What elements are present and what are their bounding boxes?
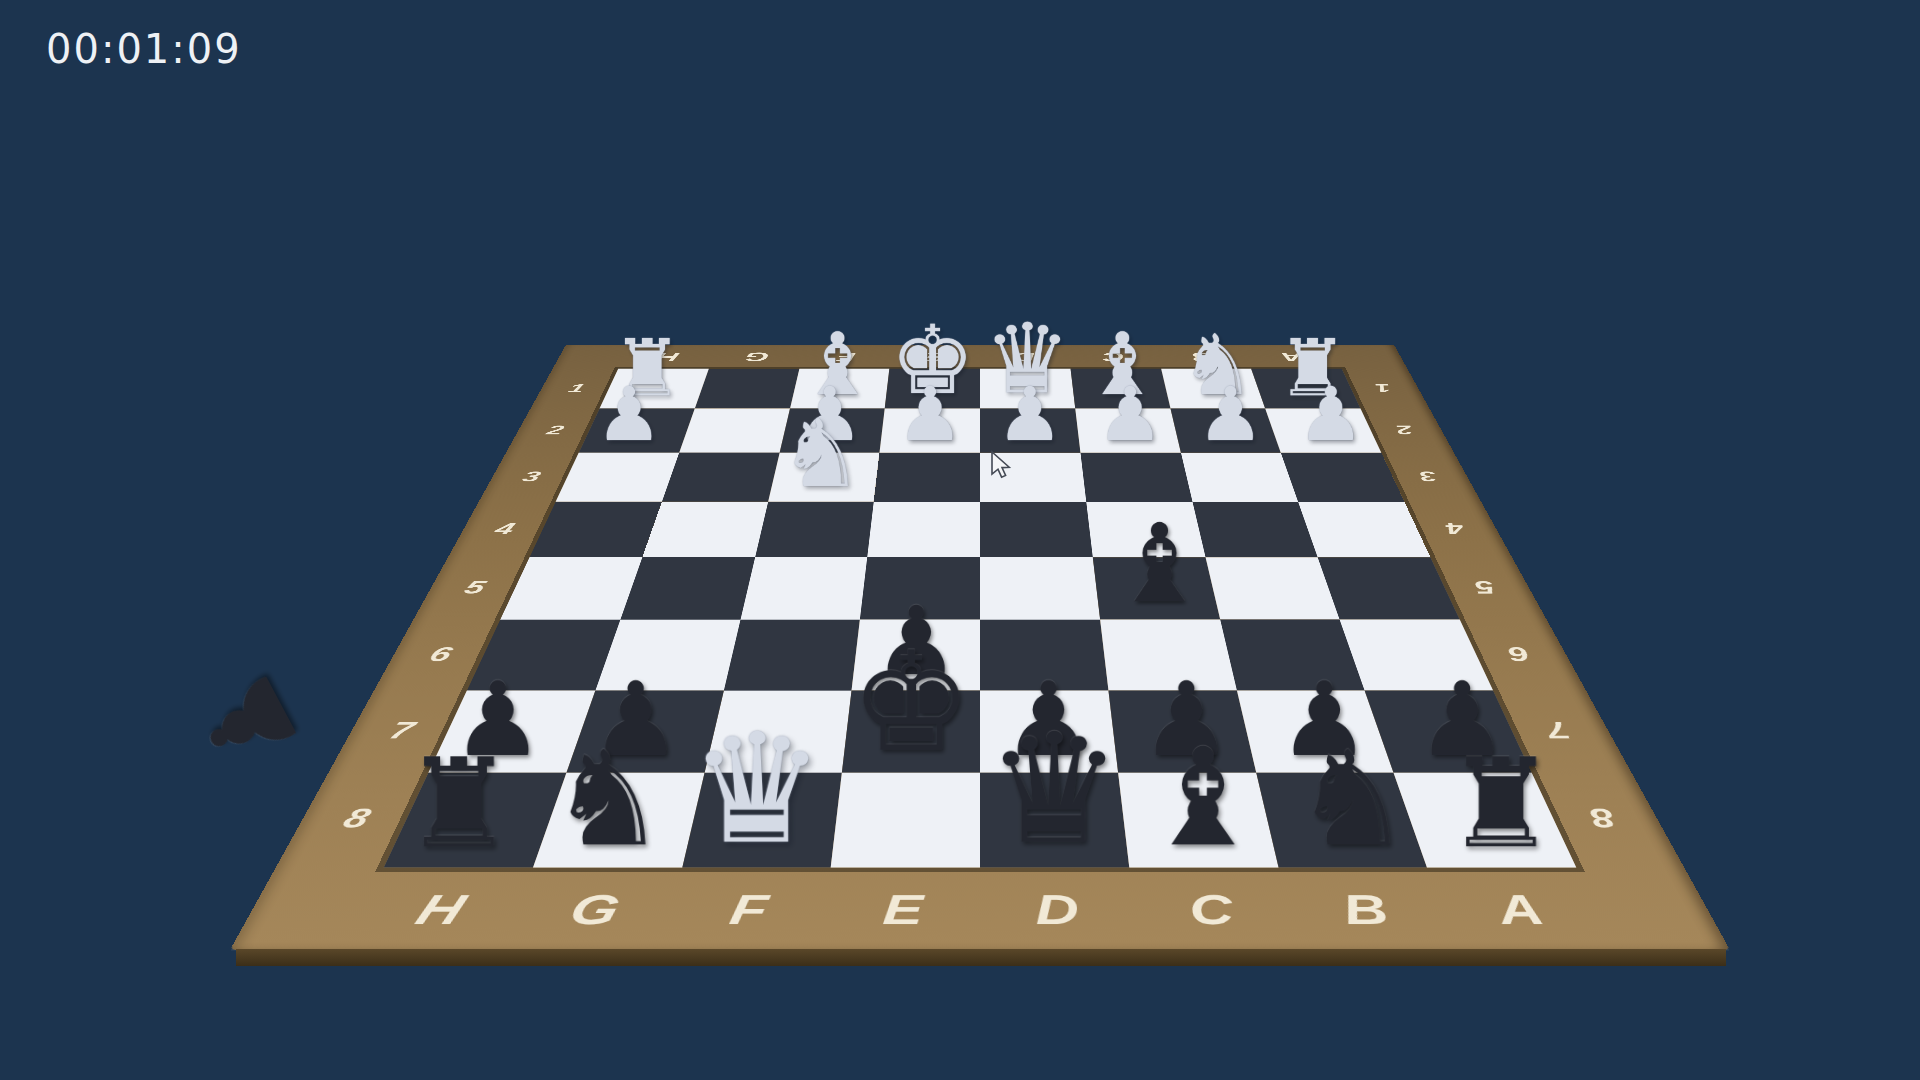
- file-label-top-d: D: [1013, 350, 1036, 364]
- file-label-bottom-e: E: [881, 885, 924, 934]
- square-d8[interactable]: ♛: [980, 773, 1129, 868]
- piece-black-bishop-c5[interactable]: ♝: [1111, 509, 1208, 618]
- rank-label-right-1: 1: [1372, 381, 1394, 394]
- square-f5[interactable]: [740, 557, 867, 619]
- file-label-bottom-b: B: [1337, 885, 1395, 934]
- file-label-top-e: E: [925, 350, 946, 364]
- square-h2[interactable]: ♟: [579, 408, 695, 452]
- square-c2[interactable]: ♟: [1075, 408, 1180, 452]
- piece-black-rook-h8[interactable]: ♜: [404, 741, 515, 865]
- file-label-bottom-c: C: [1185, 885, 1237, 934]
- square-g2[interactable]: [679, 408, 790, 452]
- square-e2[interactable]: ♟: [880, 408, 980, 452]
- square-d4[interactable]: [980, 502, 1093, 557]
- captured-black-pawn: ♟: [178, 654, 319, 790]
- rank-label-right-4: 4: [1442, 519, 1469, 538]
- rank-label-right-8: 8: [1583, 802, 1623, 834]
- file-label-bottom-a: A: [1488, 885, 1552, 934]
- piece-white-pawn-a2[interactable]: ♟: [1297, 377, 1364, 451]
- file-label-top-f: F: [836, 350, 857, 364]
- piece-black-rook-a8[interactable]: ♜: [1445, 741, 1556, 865]
- rank-label-left-3: 3: [519, 468, 544, 485]
- square-f6[interactable]: [723, 620, 860, 691]
- piece-black-knight-b8[interactable]: ♞: [1293, 734, 1411, 865]
- square-b8[interactable]: ♞: [1256, 773, 1427, 868]
- rank-label-right-3: 3: [1416, 468, 1441, 485]
- file-label-bottom-h: H: [409, 885, 473, 934]
- rank-label-left-1: 1: [566, 381, 588, 394]
- rank-label-right-2: 2: [1393, 423, 1416, 438]
- square-c3[interactable]: [1080, 453, 1192, 502]
- square-g5[interactable]: [620, 557, 755, 619]
- file-label-bottom-f: F: [726, 885, 771, 934]
- rank-label-left-4: 4: [491, 519, 518, 538]
- file-label-bottom-d: D: [1034, 885, 1080, 934]
- square-d5[interactable]: [980, 557, 1100, 619]
- square-a5[interactable]: [1318, 557, 1460, 619]
- piece-white-pawn-b2[interactable]: ♟: [1197, 377, 1264, 451]
- square-h3[interactable]: [556, 453, 679, 502]
- square-a3[interactable]: [1281, 453, 1404, 502]
- square-f4[interactable]: [755, 502, 874, 557]
- square-b3[interactable]: [1181, 453, 1299, 502]
- rank-label-left-8: 8: [337, 802, 377, 834]
- square-b4[interactable]: [1192, 502, 1318, 557]
- square-a8[interactable]: ♜: [1394, 773, 1577, 868]
- board-frame: ♜♝♚♛♝♞♜♟♟♟♟♟♟♟♞♝♟♟♟♚♟♟♟♟♜♞♛♛♝♞♜ HGFEDCBA…: [230, 345, 1730, 950]
- square-a2[interactable]: ♟: [1265, 408, 1381, 452]
- piece-white-pawn-c2[interactable]: ♟: [1097, 377, 1164, 451]
- square-e7[interactable]: ♚: [842, 691, 980, 773]
- square-d2[interactable]: ♟: [980, 408, 1080, 452]
- square-f8[interactable]: ♛: [682, 773, 842, 868]
- square-g3[interactable]: [662, 453, 780, 502]
- chess-board-scene: ♜♝♚♛♝♞♜♟♟♟♟♟♟♟♞♝♟♟♟♚♟♟♟♟♜♞♛♛♝♞♜ HGFEDCBA…: [230, 345, 1730, 950]
- square-d3[interactable]: [980, 453, 1086, 502]
- chess-board[interactable]: ♜♝♚♛♝♞♜♟♟♟♟♟♟♟♞♝♟♟♟♚♟♟♟♟♜♞♛♛♝♞♜: [384, 369, 1577, 868]
- piece-white-pawn-e2[interactable]: ♟: [897, 377, 964, 451]
- square-c5[interactable]: ♝: [1093, 557, 1220, 619]
- piece-black-queen-d8[interactable]: ♛: [986, 713, 1122, 865]
- piece-black-knight-g8[interactable]: ♞: [549, 734, 667, 865]
- file-label-bottom-g: G: [564, 885, 625, 934]
- square-g4[interactable]: [642, 502, 768, 557]
- square-b5[interactable]: [1205, 557, 1340, 619]
- piece-white-queen-f8[interactable]: ♛: [689, 713, 825, 865]
- piece-white-pawn-d2[interactable]: ♟: [997, 377, 1064, 451]
- file-label-top-g: G: [743, 350, 771, 364]
- game-timer: 00:01:09: [46, 26, 242, 72]
- square-h8[interactable]: ♜: [384, 773, 567, 868]
- square-b2[interactable]: ♟: [1170, 408, 1281, 452]
- square-f3[interactable]: ♞: [768, 453, 880, 502]
- square-g8[interactable]: ♞: [533, 773, 704, 868]
- rank-label-left-5: 5: [460, 577, 490, 598]
- rank-label-left-2: 2: [544, 423, 567, 438]
- piece-black-king-e7[interactable]: ♚: [850, 633, 973, 770]
- square-c8[interactable]: ♝: [1118, 773, 1278, 868]
- square-e8[interactable]: [831, 773, 980, 868]
- piece-white-knight-f3[interactable]: ♞: [779, 407, 863, 500]
- square-e3[interactable]: [874, 453, 980, 502]
- square-e4[interactable]: [867, 502, 980, 557]
- square-h5[interactable]: [500, 557, 642, 619]
- rank-label-right-5: 5: [1470, 577, 1500, 598]
- file-label-top-b: B: [1190, 350, 1216, 364]
- file-label-top-c: C: [1102, 350, 1126, 364]
- board-front-edge: [236, 949, 1726, 966]
- square-a4[interactable]: [1298, 502, 1430, 557]
- piece-white-pawn-h2[interactable]: ♟: [596, 377, 663, 451]
- square-h4[interactable]: [530, 502, 662, 557]
- piece-black-bishop-c8[interactable]: ♝: [1143, 730, 1264, 865]
